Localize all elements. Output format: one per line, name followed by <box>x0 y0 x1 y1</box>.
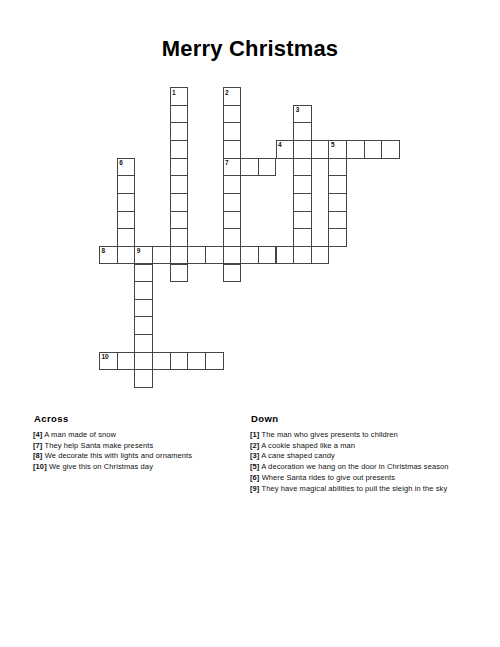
grid-cell-r6c11[interactable] <box>293 193 312 212</box>
grid-cell-r3c16[interactable] <box>381 140 400 159</box>
grid-cell-r3c14[interactable] <box>346 140 365 159</box>
clue-3: [3] A cane shaped candy <box>250 451 449 462</box>
clue-number-label: [1] <box>250 430 259 439</box>
clue-number-10: 10 <box>102 353 109 360</box>
grid-cell-r0c4[interactable]: 1 <box>170 87 189 106</box>
grid-cell-r3c11[interactable] <box>293 140 312 159</box>
grid-cell-r13c2[interactable] <box>134 316 153 335</box>
grid-cell-r4c1[interactable]: 6 <box>117 158 136 177</box>
grid-cell-r8c4[interactable] <box>170 228 189 247</box>
clue-number-4: 4 <box>278 141 282 148</box>
grid-cell-r4c11[interactable] <box>293 158 312 177</box>
grid-cell-r9c8[interactable] <box>240 246 259 265</box>
grid-cell-r1c11[interactable]: 3 <box>293 105 312 124</box>
grid-cell-r15c1[interactable] <box>117 352 136 371</box>
clue-9: [9] They have magical abilities to pull … <box>250 484 449 495</box>
down-clue-list: [1] The man who gives presents to childr… <box>250 430 449 494</box>
grid-cell-r15c5[interactable] <box>187 352 206 371</box>
clue-1: [1] The man who gives presents to childr… <box>250 430 449 441</box>
grid-cell-r9c7[interactable] <box>223 246 242 265</box>
clue-5: [5] A decoration we hang on the door in … <box>250 462 449 473</box>
clue-number-2: 2 <box>225 89 229 96</box>
across-header: Across <box>34 413 192 424</box>
grid-cell-r1c7[interactable] <box>223 105 242 124</box>
grid-cell-r15c3[interactable] <box>152 352 171 371</box>
grid-cell-r15c0[interactable]: 10 <box>99 352 118 371</box>
grid-cell-r8c13[interactable] <box>328 228 347 247</box>
grid-cell-r6c7[interactable] <box>223 193 242 212</box>
grid-cell-r9c12[interactable] <box>311 246 330 265</box>
down-clues-section: Down [1] The man who gives presents to c… <box>250 413 449 494</box>
grid-cell-r4c7[interactable]: 7 <box>223 158 242 177</box>
grid-cell-r4c9[interactable] <box>258 158 277 177</box>
grid-cell-r1c4[interactable] <box>170 105 189 124</box>
grid-cell-r7c13[interactable] <box>328 211 347 230</box>
grid-cell-r5c13[interactable] <box>328 175 347 194</box>
grid-cell-r7c7[interactable] <box>223 211 242 230</box>
clue-number-3: 3 <box>296 106 300 113</box>
grid-cell-r5c11[interactable] <box>293 175 312 194</box>
grid-cell-r7c1[interactable] <box>117 211 136 230</box>
grid-cell-r10c7[interactable] <box>223 264 242 283</box>
grid-cell-r15c2[interactable] <box>134 352 153 371</box>
grid-cell-r8c1[interactable] <box>117 228 136 247</box>
grid-cell-r9c10[interactable] <box>276 246 295 265</box>
page: Merry Christmas 12345678910 Across [4] A… <box>0 0 500 647</box>
clue-number-5: 5 <box>331 141 335 148</box>
down-header: Down <box>251 413 449 424</box>
grid-cell-r2c4[interactable] <box>170 122 189 141</box>
grid-cell-r9c6[interactable] <box>205 246 224 265</box>
grid-cell-r3c10[interactable]: 4 <box>276 140 295 159</box>
grid-cell-r5c7[interactable] <box>223 175 242 194</box>
across-clue-list: [4] A man made of snow[7] They help Sant… <box>33 430 192 473</box>
puzzle-title: Merry Christmas <box>0 36 500 62</box>
clue-8: [8] We decorate this with lights and orn… <box>33 451 192 462</box>
grid-cell-r0c7[interactable]: 2 <box>223 87 242 106</box>
grid-cell-r3c12[interactable] <box>311 140 330 159</box>
clue-10: [10] We give this on Christmas day <box>33 462 192 473</box>
clue-number-1: 1 <box>172 89 176 96</box>
clue-7: [7] They help Santa make presents <box>33 441 192 452</box>
grid-cell-r7c4[interactable] <box>170 211 189 230</box>
across-clues-section: Across [4] A man made of snow[7] They he… <box>33 413 192 473</box>
clue-number-label: [10] <box>33 462 47 471</box>
grid-cell-r4c13[interactable] <box>328 158 347 177</box>
clue-number-label: [5] <box>250 462 259 471</box>
grid-cell-r3c15[interactable] <box>364 140 383 159</box>
grid-cell-r10c2[interactable] <box>134 264 153 283</box>
grid-cell-r3c7[interactable] <box>223 140 242 159</box>
grid-cell-r6c1[interactable] <box>117 193 136 212</box>
grid-cell-r11c2[interactable] <box>134 281 153 300</box>
grid-cell-r6c4[interactable] <box>170 193 189 212</box>
grid-cell-r9c4[interactable] <box>170 246 189 265</box>
grid-cell-r14c2[interactable] <box>134 334 153 353</box>
grid-cell-r9c3[interactable] <box>152 246 171 265</box>
clue-number-label: [2] <box>250 441 259 450</box>
grid-cell-r9c9[interactable] <box>258 246 277 265</box>
grid-cell-r3c4[interactable] <box>170 140 189 159</box>
grid-cell-r3c13[interactable]: 5 <box>328 140 347 159</box>
clue-number-label: [9] <box>250 484 259 493</box>
clue-number-8: 8 <box>102 247 106 254</box>
clue-number-label: [4] <box>33 430 42 439</box>
clue-2: [2] A cookie shaped like a man <box>250 441 449 452</box>
grid-cell-r5c4[interactable] <box>170 175 189 194</box>
grid-cell-r8c11[interactable] <box>293 228 312 247</box>
grid-cell-r10c4[interactable] <box>170 264 189 283</box>
grid-cell-r9c1[interactable] <box>117 246 136 265</box>
clue-number-7: 7 <box>225 159 229 166</box>
clue-number-label: [7] <box>33 441 42 450</box>
clue-number-label: [8] <box>33 451 42 460</box>
clue-number-9: 9 <box>137 247 141 254</box>
clue-4: [4] A man made of snow <box>33 430 192 441</box>
grid-cell-r12c2[interactable] <box>134 299 153 318</box>
grid-cell-r2c7[interactable] <box>223 122 242 141</box>
grid-cell-r16c2[interactable] <box>134 369 153 388</box>
grid-cell-r15c4[interactable] <box>170 352 189 371</box>
grid-cell-r9c5[interactable] <box>187 246 206 265</box>
grid-cell-r15c6[interactable] <box>205 352 224 371</box>
clue-number-label: [3] <box>250 451 259 460</box>
grid-cell-r9c11[interactable] <box>293 246 312 265</box>
clue-6: [6] Where Santa rides to give out presen… <box>250 473 449 484</box>
clue-number-label: [6] <box>250 473 259 482</box>
grid-cell-r9c2[interactable]: 9 <box>134 246 153 265</box>
grid-cell-r2c11[interactable] <box>293 122 312 141</box>
grid-cell-r9c0[interactable]: 8 <box>99 246 118 265</box>
grid-cell-r4c4[interactable] <box>170 158 189 177</box>
grid-cell-r7c11[interactable] <box>293 211 312 230</box>
grid-cell-r4c8[interactable] <box>240 158 259 177</box>
grid-cell-r5c1[interactable] <box>117 175 136 194</box>
crossword-grid: 12345678910 <box>99 87 400 388</box>
grid-cell-r8c7[interactable] <box>223 228 242 247</box>
clue-number-6: 6 <box>119 159 123 166</box>
grid-cell-r6c13[interactable] <box>328 193 347 212</box>
